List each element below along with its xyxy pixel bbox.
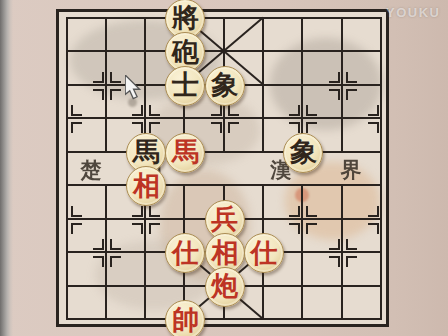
piece-仕-red[interactable]: 仕: [244, 233, 284, 273]
youku-watermark: YOUKU: [386, 5, 440, 20]
piece-帥-red[interactable]: 帥: [165, 300, 205, 336]
river-label: 界: [339, 156, 363, 184]
river-label: 楚: [79, 156, 103, 184]
piece-象-black[interactable]: 象: [205, 66, 245, 106]
screenshot-root: 楚河漢界 將砲士象馬馬象相兵仕相仕炮帥 YOUKU: [0, 0, 448, 336]
piece-馬-red[interactable]: 馬: [165, 133, 205, 173]
window-edge-shadow: [0, 0, 13, 336]
piece-相-red[interactable]: 相: [126, 166, 166, 206]
piece-象-black[interactable]: 象: [283, 133, 323, 173]
piece-士-black[interactable]: 士: [165, 66, 205, 106]
piece-炮-red[interactable]: 炮: [205, 267, 245, 307]
